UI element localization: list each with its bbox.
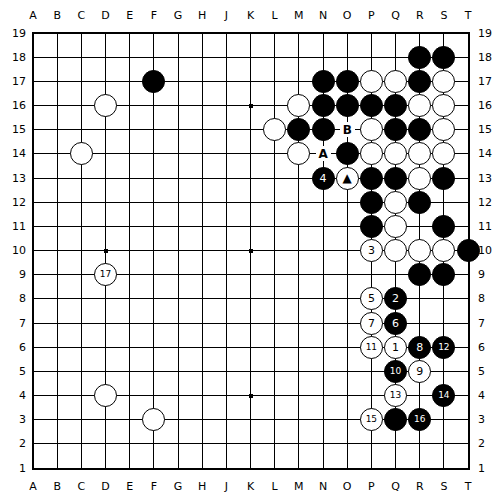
coord-label-bottom: R	[408, 479, 432, 493]
coord-label-bottom: N	[311, 479, 335, 493]
coord-label-right: 6	[478, 340, 500, 354]
move-number: 12	[438, 343, 449, 352]
move-number: 8	[416, 342, 423, 353]
coord-label-left: 11	[2, 219, 26, 233]
coord-label-left: 8	[2, 292, 26, 306]
coord-label-right: 10	[478, 244, 500, 258]
stone-white-Q4: 13	[384, 384, 407, 407]
coord-label-top: O	[335, 8, 359, 22]
coord-label-left: 12	[2, 195, 26, 209]
coord-label-top: M	[287, 8, 311, 22]
coord-label-top: C	[69, 8, 93, 22]
coord-label-top: L	[263, 8, 287, 22]
star-point	[249, 104, 253, 108]
stone-white-P7: 7	[360, 312, 383, 335]
move-number: 14	[438, 391, 449, 400]
star-point	[249, 394, 253, 398]
stone-black-R17	[408, 70, 431, 93]
coord-label-left: 13	[2, 171, 26, 185]
stone-black-N13: 4	[312, 167, 335, 190]
stone-black-P13	[360, 167, 383, 190]
stone-white-O13: ▲	[336, 167, 359, 190]
grid-line	[274, 33, 275, 468]
coord-label-top: J	[214, 8, 238, 22]
coord-label-bottom: B	[45, 479, 69, 493]
coord-label-right: 1	[478, 461, 500, 475]
stone-black-R6: 8	[408, 336, 431, 359]
move-number: 3	[368, 245, 375, 256]
stone-black-Q13	[384, 167, 407, 190]
coord-label-left: 4	[2, 389, 26, 403]
coord-label-right: 4	[478, 389, 500, 403]
move-number: 1	[392, 342, 399, 353]
coord-label-bottom: K	[239, 479, 263, 493]
coord-label-right: 12	[478, 195, 500, 209]
coord-label-bottom: C	[69, 479, 93, 493]
coord-label-top: B	[45, 8, 69, 22]
coord-label-bottom: E	[118, 479, 142, 493]
stone-black-T10	[457, 239, 480, 262]
label-dash	[323, 161, 324, 165]
star-point	[249, 249, 253, 253]
coord-label-top: S	[432, 8, 456, 22]
label-dash	[354, 129, 358, 130]
coord-label-top: E	[118, 8, 142, 22]
stone-white-Q11	[384, 215, 407, 238]
move-number: 10	[390, 367, 401, 376]
stone-white-R5: 9	[408, 360, 431, 383]
stone-black-N17	[312, 70, 335, 93]
coord-label-right: 11	[478, 219, 500, 233]
coord-label-top: Q	[384, 8, 408, 22]
triangle-mark-icon: ▲	[343, 172, 352, 184]
stone-black-P11	[360, 215, 383, 238]
stone-white-P15	[360, 118, 383, 141]
stone-black-N15	[312, 118, 335, 141]
stone-black-Q16	[384, 94, 407, 117]
stone-white-Q12	[384, 191, 407, 214]
coord-label-bottom: D	[94, 479, 118, 493]
move-number: 11	[366, 343, 377, 352]
coord-label-bottom: T	[456, 479, 480, 493]
coord-label-left: 7	[2, 316, 26, 330]
coord-label-bottom: F	[142, 479, 166, 493]
coord-label-top: P	[359, 8, 383, 22]
coord-label-left: 19	[2, 26, 26, 40]
point-label-B: B	[340, 122, 355, 137]
move-number: 7	[368, 318, 375, 329]
move-number: 5	[368, 293, 375, 304]
star-point	[104, 249, 108, 253]
label-dash	[330, 153, 334, 154]
coord-label-top: D	[94, 8, 118, 22]
stone-black-O17	[336, 70, 359, 93]
coord-label-left: 14	[2, 147, 26, 161]
stone-white-Q6: 1	[384, 336, 407, 359]
coord-label-bottom: G	[166, 479, 190, 493]
coord-label-right: 2	[478, 437, 500, 451]
coord-label-right: 16	[478, 99, 500, 113]
coord-label-left: 3	[2, 413, 26, 427]
coord-label-bottom: H	[190, 479, 214, 493]
coord-label-bottom: Q	[384, 479, 408, 493]
coord-label-bottom: J	[214, 479, 238, 493]
move-number: 9	[416, 366, 423, 377]
coord-label-right: 13	[478, 171, 500, 185]
coord-label-right: 3	[478, 413, 500, 427]
stone-white-D4	[94, 384, 117, 407]
coord-label-right: 19	[478, 26, 500, 40]
coord-label-left: 1	[2, 461, 26, 475]
coord-label-bottom: S	[432, 479, 456, 493]
coord-label-right: 5	[478, 364, 500, 378]
stone-black-O14	[336, 142, 359, 165]
coord-label-right: 17	[478, 74, 500, 88]
stone-black-P12	[360, 191, 383, 214]
move-number: 17	[100, 270, 111, 279]
stone-black-P16	[360, 94, 383, 117]
coord-label-right: 8	[478, 292, 500, 306]
move-number: 16	[414, 415, 425, 424]
coord-label-bottom: O	[335, 479, 359, 493]
coord-label-right: 14	[478, 147, 500, 161]
move-number: 4	[320, 173, 327, 184]
stone-black-R18	[408, 46, 431, 69]
coord-label-right: 18	[478, 50, 500, 64]
stone-white-P10: 3	[360, 239, 383, 262]
move-number: 6	[392, 318, 399, 329]
coord-label-left: 15	[2, 123, 26, 137]
coord-label-left: 10	[2, 244, 26, 258]
stone-white-P17	[360, 70, 383, 93]
coord-label-right: 15	[478, 123, 500, 137]
label-dash	[347, 137, 348, 141]
coord-label-left: 18	[2, 50, 26, 64]
move-number: 15	[366, 415, 377, 424]
point-label-A: A	[316, 146, 331, 161]
stone-black-R12	[408, 191, 431, 214]
stone-black-Q5: 10	[384, 360, 407, 383]
stone-black-O16	[336, 94, 359, 117]
stone-black-S13	[432, 167, 455, 190]
coord-label-top: A	[21, 8, 45, 22]
coord-label-bottom: L	[263, 479, 287, 493]
stone-black-Q7: 6	[384, 312, 407, 335]
coord-label-top: R	[408, 8, 432, 22]
coord-label-left: 6	[2, 340, 26, 354]
coord-label-bottom: P	[359, 479, 383, 493]
stone-white-R13	[408, 167, 431, 190]
coord-label-top: T	[456, 8, 480, 22]
coord-label-left: 9	[2, 268, 26, 282]
coord-label-top: H	[190, 8, 214, 22]
move-number: 2	[392, 293, 399, 304]
coord-label-bottom: M	[287, 479, 311, 493]
coord-label-left: 5	[2, 364, 26, 378]
coord-label-top: K	[239, 8, 263, 22]
coord-label-right: 9	[478, 268, 500, 282]
coord-label-left: 2	[2, 437, 26, 451]
stone-white-D16	[94, 94, 117, 117]
stone-white-Q10	[384, 239, 407, 262]
stone-black-N16	[312, 94, 335, 117]
coord-label-bottom: A	[21, 479, 45, 493]
stone-white-P3: 15	[360, 408, 383, 431]
go-board[interactable]: AABBCCDDEEFFGGHHJJKKLLMMNNOOPPQQRRSSTT19…	[0, 0, 500, 500]
stone-black-S6: 12	[432, 336, 455, 359]
coord-label-left: 16	[2, 99, 26, 113]
grid-line	[33, 443, 468, 444]
coord-label-top: N	[311, 8, 335, 22]
stone-white-P6: 11	[360, 336, 383, 359]
stone-white-Q17	[384, 70, 407, 93]
coord-label-top: G	[166, 8, 190, 22]
coord-label-left: 17	[2, 74, 26, 88]
stone-black-S18	[432, 46, 455, 69]
coord-label-top: F	[142, 8, 166, 22]
coord-label-right: 7	[478, 316, 500, 330]
move-number: 13	[390, 391, 401, 400]
